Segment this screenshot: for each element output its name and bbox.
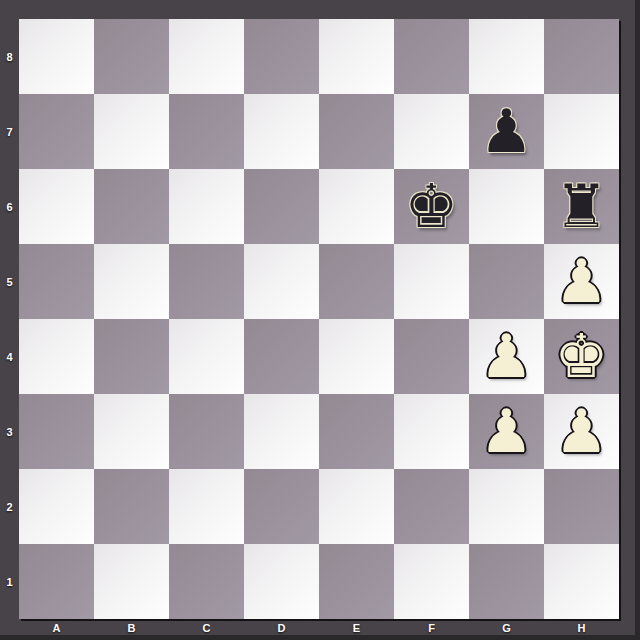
square-h5[interactable]: ♟ <box>544 244 619 319</box>
square-g6[interactable] <box>469 169 544 244</box>
square-e8[interactable] <box>319 19 394 94</box>
file-label-a: A <box>19 619 94 636</box>
file-label-f: F <box>394 619 469 636</box>
square-d4[interactable] <box>244 319 319 394</box>
square-d5[interactable] <box>244 244 319 319</box>
rank-label-4: 4 <box>0 319 19 394</box>
square-a2[interactable] <box>19 469 94 544</box>
square-h4[interactable]: ♚ <box>544 319 619 394</box>
square-a7[interactable] <box>19 94 94 169</box>
square-b2[interactable] <box>94 469 169 544</box>
square-b4[interactable] <box>94 319 169 394</box>
square-a8[interactable] <box>19 19 94 94</box>
square-c7[interactable] <box>169 94 244 169</box>
square-d6[interactable] <box>244 169 319 244</box>
square-h8[interactable] <box>544 19 619 94</box>
file-label-b: B <box>94 619 169 636</box>
rank-labels: 87654321 <box>0 19 19 619</box>
rank-label-5: 5 <box>0 244 19 319</box>
black-king[interactable]: ♚ <box>405 169 459 244</box>
square-f8[interactable] <box>394 19 469 94</box>
file-label-c: C <box>169 619 244 636</box>
square-b5[interactable] <box>94 244 169 319</box>
square-g1[interactable] <box>469 544 544 619</box>
square-f6[interactable]: ♚ <box>394 169 469 244</box>
square-f4[interactable] <box>394 319 469 394</box>
square-c4[interactable] <box>169 319 244 394</box>
rank-label-7: 7 <box>0 94 19 169</box>
square-c8[interactable] <box>169 19 244 94</box>
rank-label-8: 8 <box>0 19 19 94</box>
square-c2[interactable] <box>169 469 244 544</box>
square-b1[interactable] <box>94 544 169 619</box>
square-h1[interactable] <box>544 544 619 619</box>
rank-label-1: 1 <box>0 544 19 619</box>
file-label-g: G <box>469 619 544 636</box>
square-h2[interactable] <box>544 469 619 544</box>
square-e3[interactable] <box>319 394 394 469</box>
square-d1[interactable] <box>244 544 319 619</box>
square-g7[interactable]: ♟ <box>469 94 544 169</box>
square-c1[interactable] <box>169 544 244 619</box>
white-pawn[interactable]: ♟ <box>555 244 609 319</box>
square-f5[interactable] <box>394 244 469 319</box>
white-pawn[interactable]: ♟ <box>480 394 534 469</box>
file-label-h: H <box>544 619 619 636</box>
white-king[interactable]: ♚ <box>555 319 609 394</box>
square-c3[interactable] <box>169 394 244 469</box>
rank-label-6: 6 <box>0 169 19 244</box>
square-b3[interactable] <box>94 394 169 469</box>
square-d7[interactable] <box>244 94 319 169</box>
square-h3[interactable]: ♟ <box>544 394 619 469</box>
square-e1[interactable] <box>319 544 394 619</box>
white-pawn[interactable]: ♟ <box>480 319 534 394</box>
square-c5[interactable] <box>169 244 244 319</box>
square-g8[interactable] <box>469 19 544 94</box>
frame-edge-bottom <box>0 635 640 640</box>
rank-label-2: 2 <box>0 469 19 544</box>
file-labels: ABCDEFGH <box>19 619 619 636</box>
square-f3[interactable] <box>394 394 469 469</box>
square-e7[interactable] <box>319 94 394 169</box>
square-g3[interactable]: ♟ <box>469 394 544 469</box>
square-f1[interactable] <box>394 544 469 619</box>
square-e5[interactable] <box>319 244 394 319</box>
square-a3[interactable] <box>19 394 94 469</box>
square-c6[interactable] <box>169 169 244 244</box>
square-g5[interactable] <box>469 244 544 319</box>
square-f2[interactable] <box>394 469 469 544</box>
square-a4[interactable] <box>19 319 94 394</box>
square-d8[interactable] <box>244 19 319 94</box>
square-e6[interactable] <box>319 169 394 244</box>
square-d2[interactable] <box>244 469 319 544</box>
board-frame: ♟♚♜♟♟♚♟♟ 87654321 ABCDEFGH <box>0 0 640 640</box>
square-b8[interactable] <box>94 19 169 94</box>
square-d3[interactable] <box>244 394 319 469</box>
square-g4[interactable]: ♟ <box>469 319 544 394</box>
square-a5[interactable] <box>19 244 94 319</box>
square-a6[interactable] <box>19 169 94 244</box>
black-rook[interactable]: ♜ <box>555 169 609 244</box>
square-b6[interactable] <box>94 169 169 244</box>
square-h6[interactable]: ♜ <box>544 169 619 244</box>
frame-edge-right <box>635 0 640 640</box>
rank-label-3: 3 <box>0 394 19 469</box>
white-pawn[interactable]: ♟ <box>555 394 609 469</box>
black-pawn[interactable]: ♟ <box>480 94 534 169</box>
file-label-e: E <box>319 619 394 636</box>
square-a1[interactable] <box>19 544 94 619</box>
square-e2[interactable] <box>319 469 394 544</box>
square-h7[interactable] <box>544 94 619 169</box>
square-f7[interactable] <box>394 94 469 169</box>
square-g2[interactable] <box>469 469 544 544</box>
square-b7[interactable] <box>94 94 169 169</box>
chess-board: ♟♚♜♟♟♚♟♟ <box>19 19 619 619</box>
file-label-d: D <box>244 619 319 636</box>
square-e4[interactable] <box>319 319 394 394</box>
